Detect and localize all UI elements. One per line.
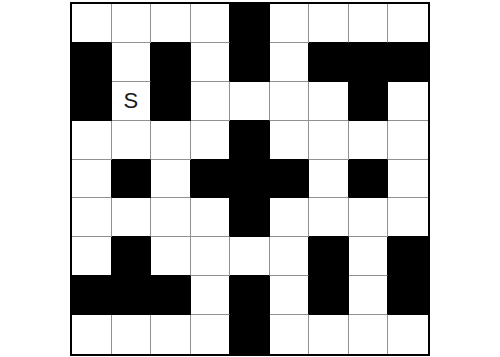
cell-r2c6[interactable] [270,43,310,82]
cell-r1c8[interactable] [349,4,389,43]
cell-r7c1[interactable] [72,237,112,276]
cell-r6c6[interactable] [270,198,310,237]
cell-r5c5 [230,160,270,199]
cell-r8c3 [151,276,191,315]
cell-r3c8 [349,82,389,121]
cell-r9c9[interactable] [388,315,428,354]
cell-r5c3[interactable] [151,160,191,199]
cell-r9c2[interactable] [112,315,152,354]
cell-r2c2[interactable] [112,43,152,82]
cell-r8c7 [309,276,349,315]
cell-r3c1 [72,82,112,121]
cell-r4c2[interactable] [112,121,152,160]
cell-r2c1 [72,43,112,82]
cell-r6c7[interactable] [309,198,349,237]
cell-r7c9 [388,237,428,276]
cell-r8c4[interactable] [191,276,231,315]
cell-r7c6[interactable] [270,237,310,276]
cell-r4c9[interactable] [388,121,428,160]
cell-r3c9[interactable] [388,82,428,121]
cell-r9c7[interactable] [309,315,349,354]
cell-r3c5[interactable] [230,82,270,121]
cell-r4c1[interactable] [72,121,112,160]
cell-r3c6[interactable] [270,82,310,121]
cell-r4c4[interactable] [191,121,231,160]
cell-r4c5 [230,121,270,160]
cell-r1c5 [230,4,270,43]
cell-r1c4[interactable] [191,4,231,43]
cell-r6c4[interactable] [191,198,231,237]
cell-r9c3[interactable] [151,315,191,354]
cell-r1c2[interactable] [112,4,152,43]
cell-r1c9[interactable] [388,4,428,43]
cell-r3c4[interactable] [191,82,231,121]
cell-r5c9[interactable] [388,160,428,199]
cell-r9c4[interactable] [191,315,231,354]
cell-r2c7 [309,43,349,82]
cell-r8c1 [72,276,112,315]
cell-r5c2 [112,160,152,199]
cell-r9c5 [230,315,270,354]
cell-r6c5 [230,198,270,237]
cell-r5c7[interactable] [309,160,349,199]
cell-r7c2 [112,237,152,276]
cell-r4c7[interactable] [309,121,349,160]
cell-r5c6 [270,160,310,199]
cell-r2c9 [388,43,428,82]
cell-r1c6[interactable] [270,4,310,43]
cell-r6c3[interactable] [151,198,191,237]
cell-r7c5[interactable] [230,237,270,276]
cell-r8c5 [230,276,270,315]
cell-r2c8 [349,43,389,82]
cell-r8c8[interactable] [349,276,389,315]
cell-r8c2 [112,276,152,315]
cell-r6c2[interactable] [112,198,152,237]
cell-r7c7 [309,237,349,276]
cell-r6c9[interactable] [388,198,428,237]
cell-r6c1[interactable] [72,198,112,237]
start-label: S [123,90,138,112]
cell-r5c8 [349,160,389,199]
cell-r1c7[interactable] [309,4,349,43]
cell-r4c8[interactable] [349,121,389,160]
cell-r5c4 [191,160,231,199]
cell-r4c3[interactable] [151,121,191,160]
puzzle-board: S [70,2,430,356]
cell-r3c7[interactable] [309,82,349,121]
cell-r5c1[interactable] [72,160,112,199]
cell-r8c6[interactable] [270,276,310,315]
cell-r2c3 [151,43,191,82]
cell-r1c1[interactable] [72,4,112,43]
cell-r9c8[interactable] [349,315,389,354]
cell-r2c5 [230,43,270,82]
cell-r7c4[interactable] [191,237,231,276]
cell-r7c3[interactable] [151,237,191,276]
cell-r9c1[interactable] [72,315,112,354]
cell-r6c8[interactable] [349,198,389,237]
cell-r8c9 [388,276,428,315]
cell-r1c3[interactable] [151,4,191,43]
cell-r2c4[interactable] [191,43,231,82]
start-cell[interactable]: S [112,82,152,121]
cell-r3c3 [151,82,191,121]
cell-r9c6[interactable] [270,315,310,354]
cell-r7c8[interactable] [349,237,389,276]
cell-r4c6[interactable] [270,121,310,160]
